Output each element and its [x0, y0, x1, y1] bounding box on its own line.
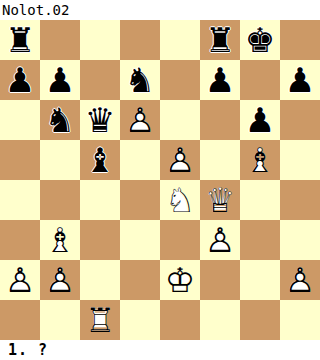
black-knight: ♞ — [120, 60, 160, 100]
black-bishop-glyph: ♝ — [80, 140, 120, 180]
square-e7[interactable] — [160, 60, 200, 100]
square-c5[interactable]: ♝ — [80, 140, 120, 180]
square-h4[interactable] — [280, 180, 320, 220]
square-g7[interactable] — [240, 60, 280, 100]
chess-diagram-page: Nolot.02 ♜♜♚♟♟♞♟♟♞♛♟♙♟♝♟♙♝♗♞♘♛♕♝♗♟♙♟♙♟♙♚… — [0, 0, 320, 360]
square-h1[interactable] — [280, 300, 320, 340]
square-a2[interactable]: ♟♙ — [0, 260, 40, 300]
black-bishop: ♝ — [80, 140, 120, 180]
white-rook-outline: ♖ — [80, 300, 120, 340]
white-king: ♚♔ — [160, 260, 200, 300]
square-e1[interactable] — [160, 300, 200, 340]
square-b7[interactable]: ♟ — [40, 60, 80, 100]
square-a6[interactable] — [0, 100, 40, 140]
black-pawn: ♟ — [200, 60, 240, 100]
white-rook: ♜♖ — [80, 300, 120, 340]
black-pawn: ♟ — [40, 60, 80, 100]
white-queen: ♛♕ — [200, 180, 240, 220]
white-knight: ♞♘ — [160, 180, 200, 220]
white-queen-outline: ♕ — [200, 180, 240, 220]
white-pawn: ♟♙ — [120, 100, 160, 140]
white-bishop: ♝♗ — [40, 220, 80, 260]
black-pawn: ♟ — [240, 100, 280, 140]
white-pawn-outline: ♙ — [160, 140, 200, 180]
square-d1[interactable] — [120, 300, 160, 340]
black-rook-glyph: ♜ — [200, 20, 240, 60]
square-a1[interactable] — [0, 300, 40, 340]
white-pawn-outline: ♙ — [40, 260, 80, 300]
square-a5[interactable] — [0, 140, 40, 180]
square-e5[interactable]: ♟♙ — [160, 140, 200, 180]
black-knight-glyph: ♞ — [120, 60, 160, 100]
square-c7[interactable] — [80, 60, 120, 100]
square-a7[interactable]: ♟ — [0, 60, 40, 100]
black-pawn-glyph: ♟ — [280, 60, 320, 100]
white-pawn-outline: ♙ — [120, 100, 160, 140]
black-rook-glyph: ♜ — [0, 20, 40, 60]
black-pawn-glyph: ♟ — [240, 100, 280, 140]
square-c8[interactable] — [80, 20, 120, 60]
square-c4[interactable] — [80, 180, 120, 220]
black-pawn: ♟ — [280, 60, 320, 100]
square-a4[interactable] — [0, 180, 40, 220]
square-e2[interactable]: ♚♔ — [160, 260, 200, 300]
square-b1[interactable] — [40, 300, 80, 340]
white-pawn-outline: ♙ — [200, 220, 240, 260]
square-f5[interactable] — [200, 140, 240, 180]
white-bishop: ♝♗ — [240, 140, 280, 180]
black-king-glyph: ♚ — [240, 20, 280, 60]
square-c3[interactable] — [80, 220, 120, 260]
white-king-outline: ♔ — [160, 260, 200, 300]
square-d2[interactable] — [120, 260, 160, 300]
square-g2[interactable] — [240, 260, 280, 300]
white-pawn: ♟♙ — [40, 260, 80, 300]
square-f7[interactable]: ♟ — [200, 60, 240, 100]
square-b3[interactable]: ♝♗ — [40, 220, 80, 260]
square-g5[interactable]: ♝♗ — [240, 140, 280, 180]
square-d4[interactable] — [120, 180, 160, 220]
square-c6[interactable]: ♛ — [80, 100, 120, 140]
square-b5[interactable] — [40, 140, 80, 180]
square-b4[interactable] — [40, 180, 80, 220]
white-pawn: ♟♙ — [200, 220, 240, 260]
square-g1[interactable] — [240, 300, 280, 340]
white-pawn: ♟♙ — [0, 260, 40, 300]
diagram-title: Nolot.02 — [2, 1, 69, 19]
square-a8[interactable]: ♜ — [0, 20, 40, 60]
square-f8[interactable]: ♜ — [200, 20, 240, 60]
square-b8[interactable] — [40, 20, 80, 60]
move-prompt: 1. ? — [8, 341, 48, 359]
square-d7[interactable]: ♞ — [120, 60, 160, 100]
square-a3[interactable] — [0, 220, 40, 260]
square-c2[interactable] — [80, 260, 120, 300]
square-h7[interactable]: ♟ — [280, 60, 320, 100]
black-pawn: ♟ — [0, 60, 40, 100]
black-knight-glyph: ♞ — [40, 100, 80, 140]
square-g6[interactable]: ♟ — [240, 100, 280, 140]
white-knight-outline: ♘ — [160, 180, 200, 220]
white-pawn: ♟♙ — [160, 140, 200, 180]
square-e6[interactable] — [160, 100, 200, 140]
black-rook: ♜ — [200, 20, 240, 60]
black-pawn-glyph: ♟ — [40, 60, 80, 100]
chess-board: ♜♜♚♟♟♞♟♟♞♛♟♙♟♝♟♙♝♗♞♘♛♕♝♗♟♙♟♙♟♙♚♔♟♙♜♖ — [0, 20, 320, 340]
white-pawn: ♟♙ — [280, 260, 320, 300]
square-e8[interactable] — [160, 20, 200, 60]
square-g4[interactable] — [240, 180, 280, 220]
white-bishop-outline: ♗ — [40, 220, 80, 260]
square-b2[interactable]: ♟♙ — [40, 260, 80, 300]
square-d8[interactable] — [120, 20, 160, 60]
black-pawn-glyph: ♟ — [0, 60, 40, 100]
square-f3[interactable]: ♟♙ — [200, 220, 240, 260]
square-e4[interactable]: ♞♘ — [160, 180, 200, 220]
square-h6[interactable] — [280, 100, 320, 140]
black-pawn-glyph: ♟ — [200, 60, 240, 100]
square-d3[interactable] — [120, 220, 160, 260]
square-c1[interactable]: ♜♖ — [80, 300, 120, 340]
square-g8[interactable]: ♚ — [240, 20, 280, 60]
square-h8[interactable] — [280, 20, 320, 60]
square-h2[interactable]: ♟♙ — [280, 260, 320, 300]
square-h5[interactable] — [280, 140, 320, 180]
black-knight: ♞ — [40, 100, 80, 140]
white-pawn-outline: ♙ — [0, 260, 40, 300]
square-f1[interactable] — [200, 300, 240, 340]
black-king: ♚ — [240, 20, 280, 60]
black-rook: ♜ — [0, 20, 40, 60]
square-g3[interactable] — [240, 220, 280, 260]
square-d5[interactable] — [120, 140, 160, 180]
square-e3[interactable] — [160, 220, 200, 260]
square-h3[interactable] — [280, 220, 320, 260]
square-f6[interactable] — [200, 100, 240, 140]
white-pawn-outline: ♙ — [280, 260, 320, 300]
white-bishop-outline: ♗ — [240, 140, 280, 180]
square-f2[interactable] — [200, 260, 240, 300]
square-b6[interactable]: ♞ — [40, 100, 80, 140]
square-f4[interactable]: ♛♕ — [200, 180, 240, 220]
square-d6[interactable]: ♟♙ — [120, 100, 160, 140]
black-queen-glyph: ♛ — [80, 100, 120, 140]
black-queen: ♛ — [80, 100, 120, 140]
